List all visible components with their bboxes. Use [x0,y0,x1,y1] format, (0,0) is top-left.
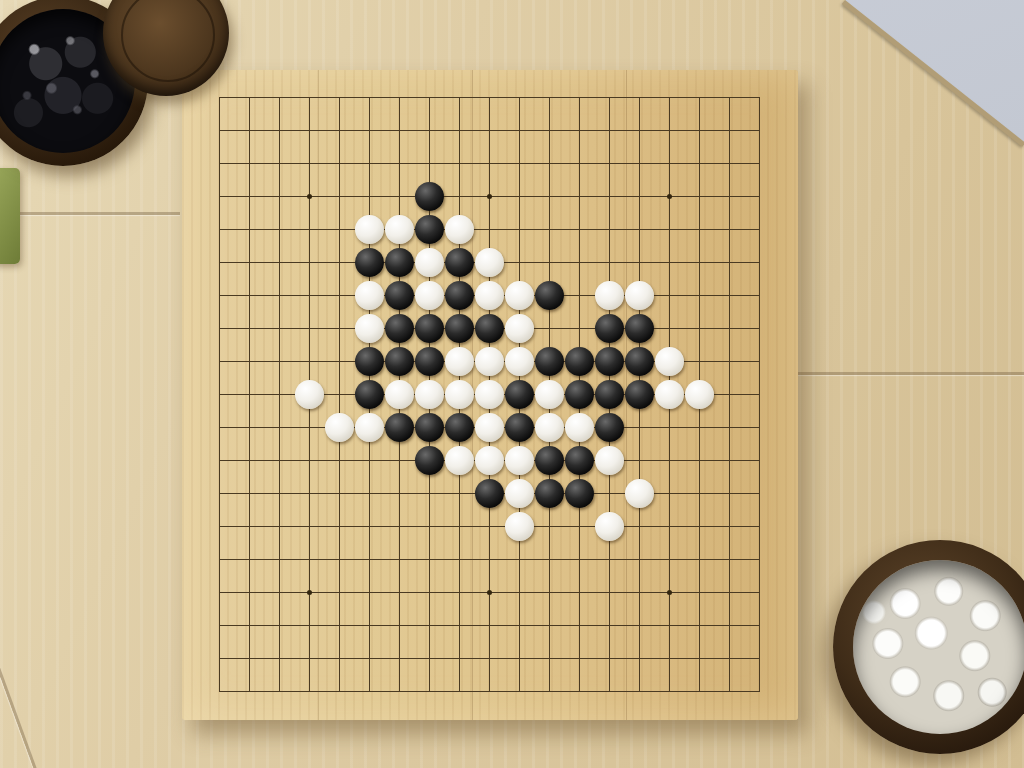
bowl-lid-ring [121,0,215,82]
stone-black [415,446,444,475]
stone-white [595,512,624,541]
stone-white [475,446,504,475]
stone-black [445,413,474,442]
star-point [487,590,492,595]
stone-black [385,413,414,442]
stone-black [445,314,474,343]
stone-white [505,446,534,475]
stone-black [595,347,624,376]
stone-black [415,215,444,244]
stone-black [415,347,444,376]
stone-white [475,413,504,442]
stone-white [475,347,504,376]
go-board [182,70,798,720]
stone-black [415,314,444,343]
stone-black [385,281,414,310]
stone-black [565,479,594,508]
stone-black [625,380,654,409]
stone-white [565,413,594,442]
stone-black [355,347,384,376]
stone-black [625,314,654,343]
photo-canvas: { "game": "go", "scene": { "type": "over… [0,0,1024,768]
stone-white [625,281,654,310]
stone-white [445,215,474,244]
stone-white [355,281,384,310]
stone-white [295,380,324,409]
stone-white [475,281,504,310]
star-point [307,590,312,595]
stone-white [355,413,384,442]
stone-white [385,215,414,244]
stone-black [535,479,564,508]
stone-white [415,281,444,310]
stone-black [505,380,534,409]
stone-black [565,347,594,376]
stone-black [475,314,504,343]
stone-black [415,182,444,211]
stone-black [385,314,414,343]
stone-black [565,446,594,475]
white-bowl-stones [853,560,1024,734]
table-seam-right [792,372,1024,375]
stone-black [505,413,534,442]
stone-white [445,446,474,475]
star-point [667,590,672,595]
stone-white [325,413,354,442]
stone-black [385,347,414,376]
stone-black [355,380,384,409]
stone-black [595,380,624,409]
stone-white [535,380,564,409]
stone-white [445,347,474,376]
star-point [307,194,312,199]
stone-white [355,314,384,343]
stone-black [595,314,624,343]
stone-white [415,380,444,409]
stone-black [385,248,414,277]
stone-white [535,413,564,442]
stone-white [415,248,444,277]
stone-black [535,347,564,376]
table-seam-left [0,212,180,215]
stone-black [565,380,594,409]
stone-black [445,281,474,310]
stone-black [625,347,654,376]
stone-white [685,380,714,409]
stone-white [655,347,684,376]
stone-black [595,413,624,442]
stone-white [385,380,414,409]
stone-white [595,446,624,475]
stone-white [505,347,534,376]
stone-black [415,413,444,442]
stone-white [595,281,624,310]
stone-white [475,380,504,409]
stone-white [475,248,504,277]
stone-black [475,479,504,508]
stone-white [625,479,654,508]
stone-white [505,512,534,541]
stone-black [535,281,564,310]
stone-black [445,248,474,277]
stone-white [505,479,534,508]
goban-grid [219,97,760,692]
green-object [0,168,20,264]
stone-white [505,281,534,310]
stone-white [655,380,684,409]
stone-black [355,248,384,277]
stone-white [355,215,384,244]
stone-white [505,314,534,343]
stone-black [535,446,564,475]
star-point [667,194,672,199]
stone-white [445,380,474,409]
star-point [487,194,492,199]
